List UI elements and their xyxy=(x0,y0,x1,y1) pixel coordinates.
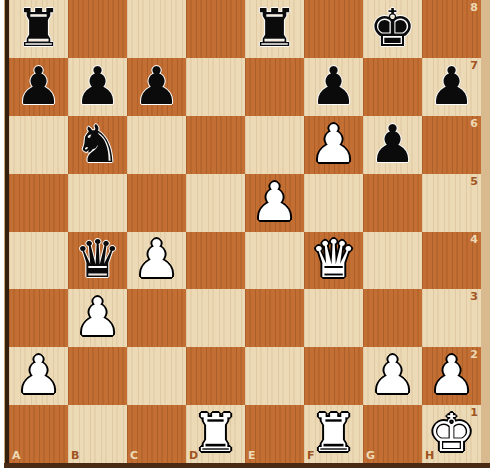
square-c5[interactable] xyxy=(127,174,186,232)
square-c7[interactable]: ♟ xyxy=(127,58,186,116)
black-pawn[interactable]: ♟ xyxy=(428,58,475,114)
black-pawn[interactable]: ♟ xyxy=(74,58,121,114)
square-c2[interactable] xyxy=(127,347,186,405)
board-right-edge xyxy=(481,0,490,467)
square-b6[interactable]: ♞ xyxy=(68,116,127,174)
square-d7[interactable] xyxy=(186,58,245,116)
square-e7[interactable] xyxy=(245,58,304,116)
square-b7[interactable]: ♟ xyxy=(68,58,127,116)
square-f6[interactable]: ♟ xyxy=(304,116,363,174)
square-d8[interactable] xyxy=(186,0,245,58)
square-f5[interactable] xyxy=(304,174,363,232)
square-f1[interactable]: ♜F xyxy=(304,405,363,463)
file-label-a: A xyxy=(12,449,21,462)
white-king[interactable]: ♚ xyxy=(428,405,475,461)
file-label-c: C xyxy=(130,449,138,462)
square-b5[interactable] xyxy=(68,174,127,232)
black-pawn[interactable]: ♟ xyxy=(369,116,416,172)
square-d2[interactable] xyxy=(186,347,245,405)
page-background: ♜♜♚8♟♟♟♟♟7♞♟♟6♟5♛♟♛4♟3♟♟♟2ABC♜DE♜FG♚1H xyxy=(0,0,500,472)
square-c3[interactable] xyxy=(127,289,186,347)
black-queen[interactable]: ♛ xyxy=(74,232,121,288)
white-pawn[interactable]: ♟ xyxy=(133,232,180,288)
square-f8[interactable] xyxy=(304,0,363,58)
square-a1[interactable]: A xyxy=(9,405,68,463)
rank-label-5: 5 xyxy=(470,175,478,188)
square-h6[interactable]: 6 xyxy=(422,116,481,174)
file-label-g: G xyxy=(366,449,375,462)
square-g4[interactable] xyxy=(363,232,422,290)
square-h7[interactable]: ♟7 xyxy=(422,58,481,116)
black-pawn[interactable]: ♟ xyxy=(15,58,62,114)
square-b4[interactable]: ♛ xyxy=(68,232,127,290)
square-d5[interactable] xyxy=(186,174,245,232)
white-pawn[interactable]: ♟ xyxy=(15,347,62,403)
white-pawn[interactable]: ♟ xyxy=(310,116,357,172)
square-e5[interactable]: ♟ xyxy=(245,174,304,232)
square-g1[interactable]: G xyxy=(363,405,422,463)
square-g8[interactable]: ♚ xyxy=(363,0,422,58)
square-d6[interactable] xyxy=(186,116,245,174)
square-b3[interactable]: ♟ xyxy=(68,289,127,347)
square-h1[interactable]: ♚1H xyxy=(422,405,481,463)
square-f3[interactable] xyxy=(304,289,363,347)
square-a8[interactable]: ♜ xyxy=(9,0,68,58)
black-knight[interactable]: ♞ xyxy=(74,116,121,172)
square-g2[interactable]: ♟ xyxy=(363,347,422,405)
square-g5[interactable] xyxy=(363,174,422,232)
rank-label-8: 8 xyxy=(470,1,478,14)
square-b1[interactable]: B xyxy=(68,405,127,463)
square-e6[interactable] xyxy=(245,116,304,174)
rank-label-6: 6 xyxy=(470,117,478,130)
square-b2[interactable] xyxy=(68,347,127,405)
square-g7[interactable] xyxy=(363,58,422,116)
white-pawn[interactable]: ♟ xyxy=(251,174,298,230)
white-pawn[interactable]: ♟ xyxy=(74,289,121,345)
white-pawn[interactable]: ♟ xyxy=(428,347,475,403)
square-b8[interactable] xyxy=(68,0,127,58)
square-h4[interactable]: 4 xyxy=(422,232,481,290)
black-rook[interactable]: ♜ xyxy=(251,0,298,56)
black-pawn[interactable]: ♟ xyxy=(133,58,180,114)
square-e4[interactable] xyxy=(245,232,304,290)
rank-label-4: 4 xyxy=(470,233,478,246)
square-f4[interactable]: ♛ xyxy=(304,232,363,290)
file-label-e: E xyxy=(248,449,256,462)
white-rook[interactable]: ♜ xyxy=(192,405,239,461)
square-h2[interactable]: ♟2 xyxy=(422,347,481,405)
square-h3[interactable]: 3 xyxy=(422,289,481,347)
square-d3[interactable] xyxy=(186,289,245,347)
square-a2[interactable]: ♟ xyxy=(9,347,68,405)
square-h8[interactable]: 8 xyxy=(422,0,481,58)
square-h5[interactable]: 5 xyxy=(422,174,481,232)
square-c4[interactable]: ♟ xyxy=(127,232,186,290)
square-g6[interactable]: ♟ xyxy=(363,116,422,174)
square-e1[interactable]: E xyxy=(245,405,304,463)
white-pawn[interactable]: ♟ xyxy=(369,347,416,403)
square-d4[interactable] xyxy=(186,232,245,290)
black-rook[interactable]: ♜ xyxy=(15,0,62,56)
square-f7[interactable]: ♟ xyxy=(304,58,363,116)
board-bottom-edge xyxy=(4,463,490,468)
square-a7[interactable]: ♟ xyxy=(9,58,68,116)
file-label-b: B xyxy=(71,449,79,462)
square-e8[interactable]: ♜ xyxy=(245,0,304,58)
square-g3[interactable] xyxy=(363,289,422,347)
white-rook[interactable]: ♜ xyxy=(310,405,357,461)
square-c6[interactable] xyxy=(127,116,186,174)
rank-label-3: 3 xyxy=(470,290,478,303)
square-c1[interactable]: C xyxy=(127,405,186,463)
square-a4[interactable] xyxy=(9,232,68,290)
white-queen[interactable]: ♛ xyxy=(310,232,357,288)
square-d1[interactable]: ♜D xyxy=(186,405,245,463)
square-f2[interactable] xyxy=(304,347,363,405)
square-e3[interactable] xyxy=(245,289,304,347)
square-a3[interactable] xyxy=(9,289,68,347)
black-pawn[interactable]: ♟ xyxy=(310,58,357,114)
square-a5[interactable] xyxy=(9,174,68,232)
black-king[interactable]: ♚ xyxy=(369,0,416,56)
square-a6[interactable] xyxy=(9,116,68,174)
square-c8[interactable] xyxy=(127,0,186,58)
chess-board-grid: ♜♜♚8♟♟♟♟♟7♞♟♟6♟5♛♟♛4♟3♟♟♟2ABC♜DE♜FG♚1H xyxy=(9,0,481,463)
square-e2[interactable] xyxy=(245,347,304,405)
